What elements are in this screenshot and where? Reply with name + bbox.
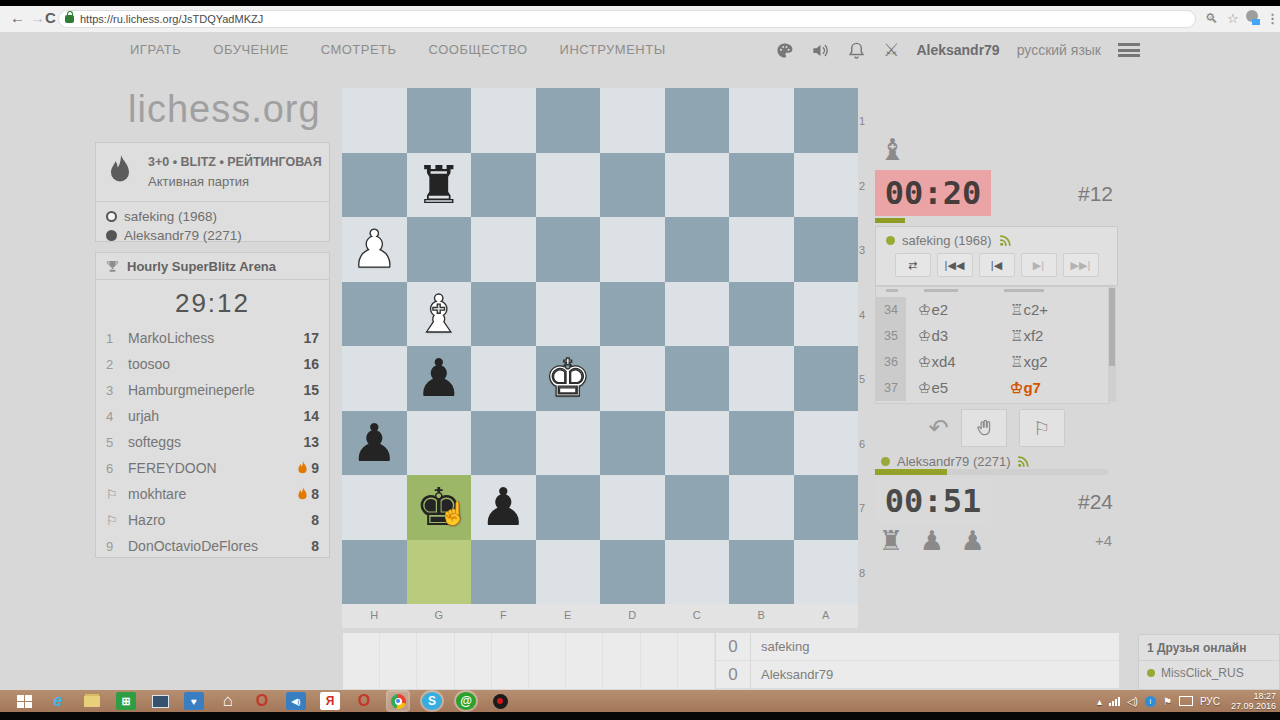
nav-сообщество[interactable]: СООБЩЕСТВО (429, 38, 528, 62)
taskbar-skype-icon[interactable]: S (422, 692, 442, 710)
streak-fire-icon (297, 487, 308, 502)
square-h7[interactable] (342, 475, 407, 540)
white-move[interactable]: ♔xd4 (906, 353, 1006, 371)
move-number: 37 (876, 375, 906, 401)
black-player-name[interactable]: Aleksandr79 (2271) (124, 228, 242, 243)
move-row[interactable]: 37♔e5♔g7 (876, 375, 1109, 401)
hamburger-menu-icon[interactable] (1118, 43, 1140, 57)
square-a5[interactable] (794, 346, 859, 411)
square-d2[interactable] (600, 153, 665, 218)
streak-fire-icon (297, 461, 308, 476)
square-e2[interactable] (536, 153, 601, 218)
withdraw-flag-icon: ⚐ (106, 513, 118, 528)
https-lock-icon (65, 15, 74, 23)
square-e1[interactable] (536, 88, 601, 153)
move-nav-controls: ⇄|◀◀|◀▶|▶▶| (876, 253, 1117, 277)
takeback-button[interactable]: ↶ (928, 414, 948, 442)
keyboard-language[interactable]: РУС (1200, 696, 1220, 707)
square-d1[interactable] (600, 88, 665, 153)
square-c4[interactable] (665, 282, 730, 347)
blitz-flame-icon (108, 155, 132, 187)
rank-label-3: 3 (859, 244, 865, 256)
player-name-row[interactable]: Aleksandr79 (2271) (875, 448, 1118, 469)
system-tray: ▴ ◁) i ⚑ РУС 18:27 27.09.2016 (1097, 690, 1276, 712)
nav-смотреть[interactable]: СМОТРЕТЬ (321, 38, 397, 62)
next-move-button[interactable]: ▶| (1021, 253, 1057, 277)
square-e5[interactable]: ♚ (536, 346, 601, 411)
file-label-B: B (729, 604, 794, 628)
friends-online-header[interactable]: 1 Друзья онлайн (1139, 635, 1279, 661)
file-label-G: G (407, 604, 472, 628)
black-pawn[interactable]: ♟ (471, 475, 536, 540)
online-dot-icon (1147, 669, 1155, 677)
square-c2[interactable] (665, 153, 730, 218)
file-label-F: F (471, 604, 536, 628)
taskbar-screen-recorder-icon[interactable] (490, 692, 510, 710)
file-label-H: H (342, 604, 407, 628)
square-h1[interactable] (342, 88, 407, 153)
square-f2[interactable] (471, 153, 536, 218)
square-b6[interactable] (729, 411, 794, 476)
move-row[interactable]: 35♔d3♖xf2 (876, 323, 1109, 349)
rank-label-5: 5 (859, 373, 865, 385)
square-d8[interactable] (600, 540, 665, 605)
captured-pieces-bottom: ♜ ♟ ♟ (879, 525, 989, 556)
tray-expand-icon[interactable]: ▴ (1097, 696, 1102, 707)
rank-label-1: 1 (859, 115, 865, 127)
online-dot-icon (886, 236, 895, 245)
volume-icon[interactable]: ◁) (1127, 696, 1138, 707)
file-label-E: E (536, 604, 601, 628)
standing-row[interactable]: 6FEREYDOON9 (96, 455, 329, 481)
game-info-box: 3+0 • BLITZ • РЕЙТИНГОВАЯ Активная парти… (95, 142, 330, 242)
system-time: 18:27 (1231, 691, 1276, 701)
opponent-name-row[interactable]: safeking (1968) (876, 227, 1117, 248)
rank-labels: 12345678 (859, 88, 871, 604)
taskbar-chrome-icon[interactable] (388, 692, 408, 710)
player-panel: Aleksandr79 (2271) (875, 448, 1118, 469)
square-a8[interactable] (794, 540, 859, 605)
rank-label-2: 2 (859, 180, 865, 192)
move-row[interactable]: 34♔e2♖c2+ (876, 297, 1109, 323)
black-player-row[interactable]: Aleksandr79 (2271) (106, 226, 319, 245)
nav-обучение[interactable]: ОБУЧЕНИЕ (213, 38, 288, 62)
standing-rank: 1 (106, 331, 128, 346)
standing-row[interactable]: 9DonOctavioDeFlores8 (96, 533, 329, 559)
square-d4[interactable] (600, 282, 665, 347)
standing-rank: 9 (106, 539, 128, 554)
friend-name[interactable]: MissClick_RUS (1161, 666, 1244, 680)
standing-rank: ⚐ (106, 487, 128, 502)
standing-row[interactable]: ⚐Hazro8 (96, 507, 329, 533)
square-a1[interactable] (794, 88, 859, 153)
crosstable-player[interactable]: safeking (751, 633, 1119, 661)
move-number: 36 (876, 349, 906, 375)
rank-label-8: 8 (859, 567, 865, 579)
standing-score: 8 (311, 512, 319, 528)
mouse-cursor-hand-icon: ☝ (440, 501, 467, 527)
file-labels: HGFEDCBA (342, 604, 858, 628)
file-label-A: A (794, 604, 859, 628)
taskbar-windows-start-icon[interactable] (14, 692, 34, 710)
taskbar-opera-icon[interactable]: O (252, 692, 272, 710)
time-control-label: 3+0 • BLITZ • РЕЙТИНГОВАЯ (148, 155, 322, 169)
tournament-timer: 29:12 (96, 280, 329, 325)
standing-score: 17 (303, 330, 319, 346)
white-bishop[interactable]: ♝ (407, 282, 472, 347)
move-number: 35 (876, 323, 906, 349)
square-b2[interactable] (729, 153, 794, 218)
withdraw-flag-icon: ⚐ (106, 487, 118, 502)
square-d7[interactable] (600, 475, 665, 540)
square-c1[interactable] (665, 88, 730, 153)
standing-rank: 2 (106, 357, 128, 372)
prev-move-button[interactable]: |◀ (979, 253, 1015, 277)
standing-player-name[interactable]: DonOctavioDeFlores (128, 538, 311, 554)
url-text[interactable]: https://ru.lichess.org/JsTDQYadMKZJ (80, 13, 263, 25)
square-c3[interactable] (665, 217, 730, 282)
standing-score: 8 (311, 486, 319, 502)
black-tournament-rank: #24 (1078, 490, 1113, 514)
taskbar-opera-2-icon[interactable]: O (354, 692, 374, 710)
white-tournament-bar (875, 218, 905, 223)
standing-rank: 3 (106, 383, 128, 398)
standing-player-name[interactable]: FEREYDOON (128, 460, 297, 476)
standing-row[interactable]: 3Hamburgmeineperle15 (96, 377, 329, 403)
white-clock: 00:20 (875, 170, 991, 216)
square-b3[interactable] (729, 217, 794, 282)
standing-player-name[interactable]: MarkoLichess (128, 330, 303, 346)
white-tournament-rank: #12 (1078, 182, 1113, 206)
square-f7[interactable]: ♟ (471, 475, 536, 540)
taskbar-file-explorer-icon[interactable] (82, 692, 102, 710)
zoom-icon[interactable]: 🔍︎ (1205, 11, 1218, 26)
square-c8[interactable] (665, 540, 730, 605)
square-g1[interactable] (407, 88, 472, 153)
white-move[interactable]: ♔e2 (906, 301, 1006, 319)
friend-row[interactable]: MissClick_RUS (1139, 661, 1279, 680)
square-b1[interactable] (729, 88, 794, 153)
challenge-swords-icon[interactable]: ⚔ (883, 41, 899, 60)
white-pawn[interactable]: ♟ (342, 217, 407, 282)
flip-board-button[interactable]: ⇄ (895, 253, 931, 277)
square-a2[interactable] (794, 153, 859, 218)
nav-инструменты[interactable]: ИНСТРУМЕНТЫ (560, 38, 666, 62)
move-list-scrollbar[interactable] (1108, 286, 1116, 402)
square-f4[interactable] (471, 282, 536, 347)
standing-score: 9 (311, 460, 319, 476)
browser-menu-icon[interactable]: ⋮ (1266, 11, 1279, 26)
square-f6[interactable] (471, 411, 536, 476)
white-move[interactable]: ♔e5 (906, 379, 1006, 397)
square-e4[interactable] (536, 282, 601, 347)
lichess-page: ИГРАТЬОБУЧЕНИЕСМОТРЕТЬСООБЩЕСТВОИНСТРУМЕ… (0, 32, 1280, 690)
friends-panel: 1 Друзья онлайн MissClick_RUS (1138, 634, 1280, 690)
square-g4[interactable]: ♝ (407, 282, 472, 347)
captured-pieces-top: ♝ (879, 132, 906, 167)
reload-icon[interactable]: C (45, 9, 56, 26)
taskbar-photos-icon[interactable]: ♥ (184, 692, 204, 710)
move-number: 34 (876, 297, 906, 323)
black-pawn[interactable]: ♟ (342, 411, 407, 476)
back-icon[interactable]: ← (10, 9, 25, 26)
trophy-icon (105, 259, 120, 274)
black-move[interactable]: ♔g7 (1006, 379, 1109, 397)
standing-row[interactable]: 4urjah14 (96, 403, 329, 429)
info-icon[interactable]: i (1145, 696, 1156, 707)
taskbar-windows-store-icon[interactable]: ⊞ (116, 692, 136, 710)
screen: ← → C https://ru.lichess.org/JsTDQYadMKZ… (0, 0, 1280, 720)
square-c7[interactable] (665, 475, 730, 540)
rank-label-6: 6 (859, 438, 865, 450)
bottom-letterbox (0, 712, 1280, 720)
extension-icon[interactable] (1246, 10, 1260, 25)
white-color-icon (106, 211, 117, 222)
tournament-title[interactable]: Hourly SuperBlitz Arena (127, 259, 276, 274)
square-e6[interactable] (536, 411, 601, 476)
square-h4[interactable] (342, 282, 407, 347)
square-e8[interactable] (536, 540, 601, 605)
address-bar[interactable]: https://ru.lichess.org/JsTDQYadMKZJ (58, 10, 1196, 28)
square-e7[interactable] (536, 475, 601, 540)
crosstable-empty-games (343, 633, 715, 689)
notifications-bell-icon[interactable] (847, 41, 866, 60)
rank-label-4: 4 (859, 309, 865, 321)
windows-taskbar: e⊞♥⌂O◀)ЯOS@ ▴ ◁) i ⚑ РУС 18:27 27.09.201… (0, 690, 1280, 712)
square-a4[interactable] (794, 282, 859, 347)
forward-icon[interactable]: → (30, 9, 45, 26)
tournament-standings: 1MarkoLichess172toosoo163Hamburgmeineper… (96, 325, 329, 559)
black-move[interactable]: ♖xg2 (1006, 353, 1109, 371)
standing-score: 15 (303, 382, 319, 398)
tournament-header[interactable]: Hourly SuperBlitz Arena (96, 253, 329, 280)
crosstable-names: safekingAleksandr79 (750, 633, 1119, 689)
square-b7[interactable] (729, 475, 794, 540)
square-g7[interactable]: ♚☝ (407, 475, 472, 540)
standing-row[interactable]: 1MarkoLichess17 (96, 325, 329, 351)
black-move[interactable]: ♖c2+ (1006, 301, 1109, 319)
taskbar-yandex-browser-icon[interactable]: Я (320, 692, 340, 710)
theme-palette-icon[interactable] (775, 41, 794, 60)
browser-toolbar: ← → C https://ru.lichess.org/JsTDQYadMKZ… (0, 6, 1280, 33)
square-b5[interactable] (729, 346, 794, 411)
crosstable: 00 safekingAleksandr79 (342, 632, 1120, 690)
resign-flag-button[interactable]: ⚐ (1019, 409, 1065, 447)
lichess-logo[interactable]: lichess.org (128, 88, 321, 131)
square-d5[interactable] (600, 346, 665, 411)
system-clock[interactable]: 18:27 27.09.2016 (1231, 691, 1276, 711)
white-king[interactable]: ♚ (536, 346, 601, 411)
rank-label-7: 7 (859, 502, 865, 514)
standing-player-name[interactable]: softeggs (128, 434, 303, 450)
standing-player-name[interactable]: Hamburgmeineperle (128, 382, 303, 398)
standing-score: 8 (311, 538, 319, 554)
square-h6[interactable]: ♟ (342, 411, 407, 476)
first-move-button[interactable]: |◀◀ (937, 253, 973, 277)
standing-score: 14 (303, 408, 319, 424)
square-g5[interactable]: ♟ (407, 346, 472, 411)
game-action-buttons: ↶ ⚐ (875, 408, 1118, 448)
standing-player-name[interactable]: urjah (128, 408, 303, 424)
square-e3[interactable] (536, 217, 601, 282)
tournament-box: Hourly SuperBlitz Arena 29:12 1MarkoLich… (95, 252, 330, 558)
opponent-panel: safeking (1968) ⇄|◀◀|◀▶|▶▶| (875, 226, 1118, 286)
network-icon[interactable] (1109, 696, 1120, 706)
chess-board[interactable]: ♜♟♝♟♚♟♚☝♟ (342, 88, 858, 604)
nav-играть[interactable]: ИГРАТЬ (130, 38, 181, 62)
standing-score: 16 (303, 356, 319, 372)
white-player-name[interactable]: safeking (1968) (124, 209, 217, 224)
standing-player-name[interactable]: toosoo (128, 356, 303, 372)
square-g8[interactable] (407, 540, 472, 605)
square-d6[interactable] (600, 411, 665, 476)
black-clock: 00:51 (875, 478, 991, 524)
black-tournament-bar (875, 469, 1108, 475)
logged-in-username[interactable]: Aleksandr79 (916, 42, 999, 58)
square-h8[interactable] (342, 540, 407, 605)
stream-rss-icon (1017, 455, 1030, 468)
square-g2[interactable]: ♜ (407, 153, 472, 218)
square-h3[interactable]: ♟ (342, 217, 407, 282)
white-move[interactable]: ♔d3 (906, 327, 1006, 345)
square-b8[interactable] (729, 540, 794, 605)
white-player-row[interactable]: safeking (1968) (106, 207, 319, 226)
standing-player-name[interactable]: mokhtare (128, 486, 297, 502)
standing-rank: 5 (106, 435, 128, 450)
system-date: 27.09.2016 (1231, 701, 1276, 711)
player-name[interactable]: Aleksandr79 (2271) (897, 454, 1010, 469)
taskbar-mailru-agent-icon[interactable]: @ (456, 692, 476, 710)
black-pawn[interactable]: ♟ (407, 346, 472, 411)
crosstable-score: 0 (716, 633, 750, 661)
taskbar-internet-explorer-icon[interactable]: e (48, 692, 68, 710)
square-h2[interactable] (342, 153, 407, 218)
taskbar-display-settings-icon[interactable] (150, 692, 170, 710)
crosstable-scores: 00 (715, 633, 750, 689)
stream-rss-icon (999, 234, 1012, 247)
black-color-icon (106, 230, 117, 241)
move-row[interactable]: 36♔xd4♖xg2 (876, 349, 1109, 375)
taskbar-volume-mixer-icon[interactable]: ◀) (286, 692, 306, 710)
square-d3[interactable] (600, 217, 665, 282)
black-rook[interactable]: ♜ (407, 153, 472, 218)
material-advantage: +4 (1095, 532, 1112, 549)
square-f8[interactable] (471, 540, 536, 605)
header-right: ⚔ Aleksandr79 русский язык (775, 36, 1140, 64)
file-label-D: D (600, 604, 665, 628)
square-h5[interactable] (342, 346, 407, 411)
taskbar-home-icon[interactable]: ⌂ (218, 692, 238, 710)
square-f3[interactable] (471, 217, 536, 282)
flag-icon[interactable]: ⚑ (1163, 696, 1172, 707)
square-g6[interactable] (407, 411, 472, 476)
square-a3[interactable] (794, 217, 859, 282)
crosstable-score: 0 (716, 661, 750, 689)
move-list[interactable]: 34♔e2♖c2+35♔d3♖xf236♔xd4♖xg237♔e5♔g7 (875, 286, 1110, 404)
standing-rank: 6 (106, 461, 128, 476)
square-f5[interactable] (471, 346, 536, 411)
last-move-button[interactable]: ▶▶| (1063, 253, 1099, 277)
standing-player-name[interactable]: Hazro (128, 512, 311, 528)
clipped-move-row (876, 287, 1109, 297)
crosstable-player[interactable]: Aleksandr79 (751, 661, 1119, 689)
file-label-C: C (665, 604, 730, 628)
bookmark-star-icon[interactable]: ☆ (1227, 11, 1239, 26)
standing-rank: ⚐ (106, 513, 128, 528)
game-status-label: Активная партия (148, 174, 249, 189)
online-dot-icon (881, 457, 890, 466)
standing-row[interactable]: 2toosoo16 (96, 351, 329, 377)
square-g3[interactable] (407, 217, 472, 282)
standing-score: 13 (303, 434, 319, 450)
square-c5[interactable] (665, 346, 730, 411)
black-move[interactable]: ♖xf2 (1006, 327, 1109, 345)
language-selector[interactable]: русский язык (1017, 42, 1101, 58)
square-b4[interactable] (729, 282, 794, 347)
main-nav: ИГРАТЬОБУЧЕНИЕСМОТРЕТЬСООБЩЕСТВОИНСТРУМЕ… (130, 38, 666, 62)
square-a7[interactable] (794, 475, 859, 540)
standing-row[interactable]: 5softeggs13 (96, 429, 329, 455)
square-a6[interactable] (794, 411, 859, 476)
standing-rank: 4 (106, 409, 128, 424)
offer-draw-button[interactable] (961, 409, 1007, 447)
opponent-name[interactable]: safeking (1968) (902, 233, 992, 248)
square-c6[interactable] (665, 411, 730, 476)
square-f1[interactable] (471, 88, 536, 153)
sound-icon[interactable] (811, 41, 830, 60)
standing-row[interactable]: ⚐mokhtare8 (96, 481, 329, 507)
battery-icon[interactable] (1179, 696, 1193, 706)
